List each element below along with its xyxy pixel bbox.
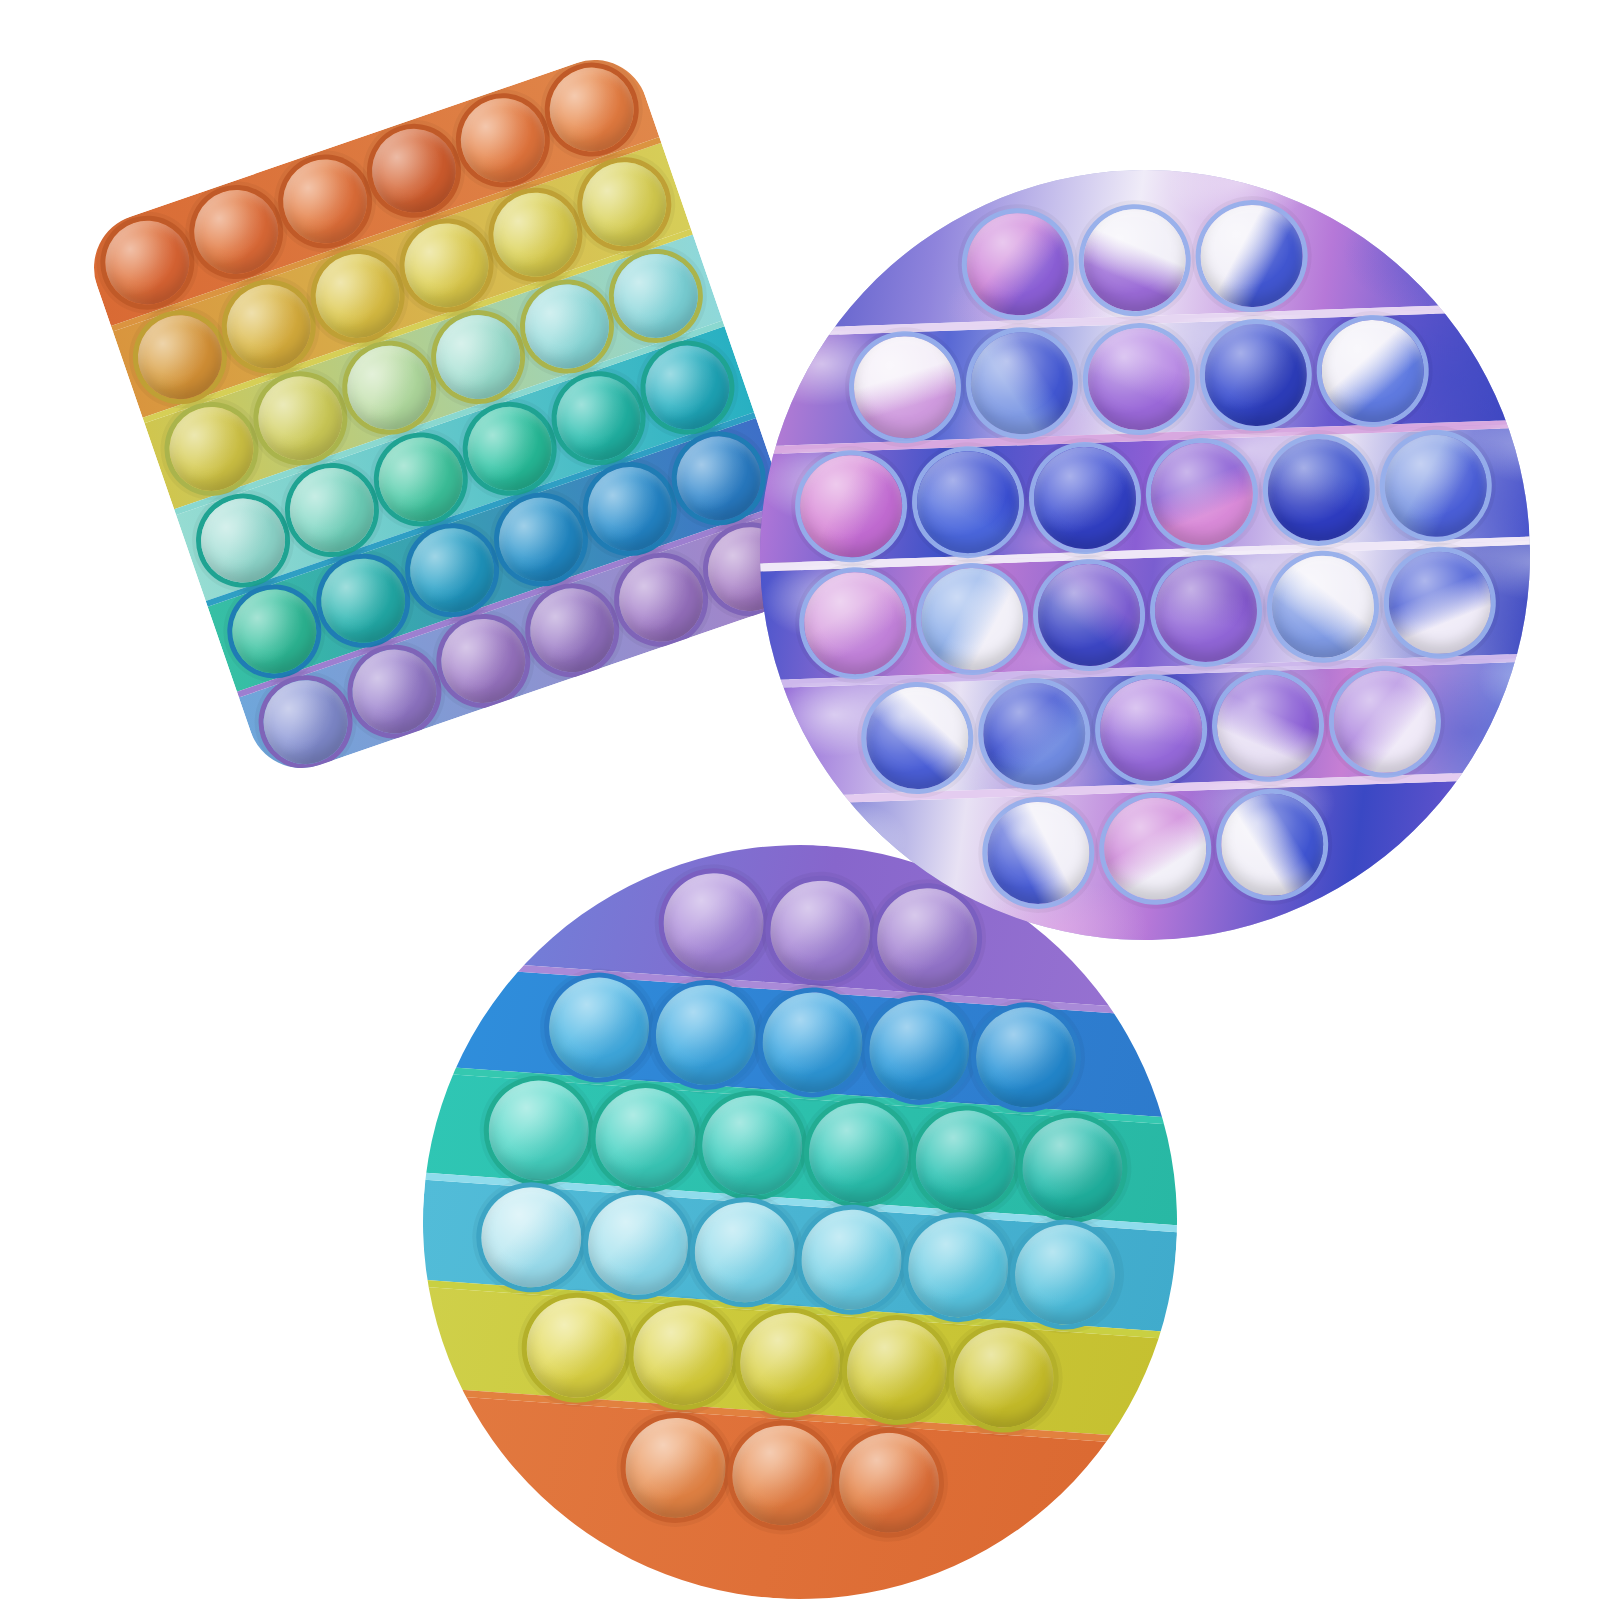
pop-bubble[interactable] <box>430 608 537 715</box>
pop-bubble[interactable] <box>1203 322 1308 427</box>
pop-bubble[interactable] <box>1219 792 1324 897</box>
pop-bubble[interactable] <box>836 1429 943 1536</box>
pop-bubble[interactable] <box>698 1092 805 1199</box>
pop-bubble[interactable] <box>622 1415 729 1522</box>
pop-bubble[interactable] <box>864 685 969 790</box>
pop-bubble[interactable] <box>798 1206 905 1313</box>
pop-bubble[interactable] <box>912 1107 1019 1214</box>
pop-bubble[interactable] <box>729 1422 836 1529</box>
pop-bubble[interactable] <box>969 330 1074 435</box>
pop-bubble[interactable] <box>805 1100 912 1207</box>
pop-bubble[interactable] <box>1036 562 1141 667</box>
popit-circle-rainbow <box>398 820 1203 1601</box>
pop-bubble[interactable] <box>852 334 957 439</box>
pop-bubble[interactable] <box>737 1309 844 1416</box>
pop-bubble[interactable] <box>1103 796 1208 901</box>
pop-bubble[interactable] <box>1098 677 1203 782</box>
pop-bubble[interactable] <box>691 1199 798 1306</box>
pop-bubble[interactable] <box>798 453 903 558</box>
pop-bubble[interactable] <box>759 989 866 1096</box>
pop-bubble[interactable] <box>1320 318 1425 423</box>
pop-bubble[interactable] <box>485 1077 592 1184</box>
pop-bubble[interactable] <box>965 212 1070 317</box>
pop-bubble[interactable] <box>546 974 653 1081</box>
pop-bubble[interactable] <box>1270 554 1375 659</box>
pop-bubble[interactable] <box>1086 326 1191 431</box>
pop-bubble[interactable] <box>802 570 907 675</box>
pop-bubble[interactable] <box>1149 441 1254 546</box>
pop-bubble[interactable] <box>652 982 759 1089</box>
pop-bubble[interactable] <box>660 870 767 977</box>
pop-bubble[interactable] <box>919 566 1024 671</box>
pop-bubble[interactable] <box>1019 1114 1126 1221</box>
pop-bubble[interactable] <box>1332 668 1437 773</box>
pop-bubble[interactable] <box>523 1294 630 1401</box>
pop-bubble[interactable] <box>1153 558 1258 663</box>
product-photo-stage <box>0 0 1601 1601</box>
pop-bubble[interactable] <box>1215 673 1320 778</box>
pop-bubble[interactable] <box>950 1324 1057 1431</box>
pop-bubble[interactable] <box>519 577 626 684</box>
pop-bubble[interactable] <box>1266 437 1371 542</box>
pop-bubble[interactable] <box>1382 433 1487 538</box>
pop-bubble[interactable] <box>874 885 981 992</box>
pop-bubble[interactable] <box>866 997 973 1104</box>
pop-bubble[interactable] <box>904 1214 1011 1321</box>
pop-bubble[interactable] <box>915 449 1020 554</box>
pop-bubble[interactable] <box>630 1302 737 1409</box>
pop-bubble[interactable] <box>844 1317 951 1424</box>
pop-bubble[interactable] <box>608 546 715 653</box>
bubble-row-1 <box>747 157 1522 330</box>
pop-bubble[interactable] <box>981 681 1086 786</box>
pop-bubble[interactable] <box>341 638 448 745</box>
popit-square-rainbow <box>79 45 816 782</box>
pop-bubble[interactable] <box>477 1184 584 1291</box>
pop-bubble[interactable] <box>986 800 1091 905</box>
pop-bubble[interactable] <box>1032 445 1137 550</box>
pop-bubble[interactable] <box>1082 207 1187 312</box>
pop-bubble[interactable] <box>584 1191 691 1298</box>
pop-bubble[interactable] <box>767 877 874 984</box>
popit-circle-tiedye <box>747 157 1543 953</box>
pop-bubble[interactable] <box>973 1004 1080 1111</box>
pop-bubble[interactable] <box>1011 1221 1118 1328</box>
pop-bubble[interactable] <box>1199 203 1304 308</box>
pop-bubble[interactable] <box>252 669 359 776</box>
pop-bubble[interactable] <box>1387 550 1492 655</box>
pop-bubble[interactable] <box>592 1085 699 1192</box>
